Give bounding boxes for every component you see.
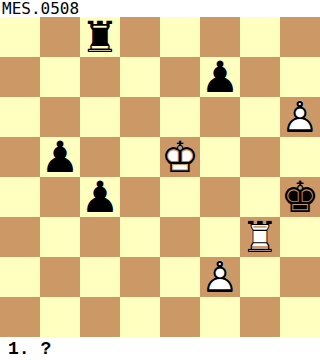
square-c7[interactable]	[80, 57, 120, 97]
black-rook-icon[interactable]: ♜	[80, 17, 120, 57]
square-h1[interactable]	[280, 297, 320, 337]
chess-diagram-page: MES.0508 ♜♟♟♙♟♚♔♟♚♜♖♟♙ 1. ?	[0, 0, 320, 360]
square-f5[interactable]	[200, 137, 240, 177]
square-g3[interactable]: ♜♖	[240, 217, 280, 257]
square-a2[interactable]	[0, 257, 40, 297]
square-g5[interactable]	[240, 137, 280, 177]
square-h6[interactable]: ♟♙	[280, 97, 320, 137]
chessboard: ♜♟♟♙♟♚♔♟♚♜♖♟♙	[0, 17, 320, 337]
black-pawn-icon[interactable]: ♟	[200, 57, 240, 97]
square-g8[interactable]	[240, 17, 280, 57]
square-b2[interactable]	[40, 257, 80, 297]
square-b1[interactable]	[40, 297, 80, 337]
square-b8[interactable]	[40, 17, 80, 57]
white-rook-icon[interactable]: ♖	[240, 217, 280, 257]
square-g4[interactable]	[240, 177, 280, 217]
square-a6[interactable]	[0, 97, 40, 137]
square-c5[interactable]	[80, 137, 120, 177]
square-e7[interactable]	[160, 57, 200, 97]
square-g2[interactable]	[240, 257, 280, 297]
square-f8[interactable]	[200, 17, 240, 57]
square-f4[interactable]	[200, 177, 240, 217]
square-e4[interactable]	[160, 177, 200, 217]
square-c4[interactable]: ♟	[80, 177, 120, 217]
square-h8[interactable]	[280, 17, 320, 57]
square-e2[interactable]	[160, 257, 200, 297]
square-e3[interactable]	[160, 217, 200, 257]
square-d7[interactable]	[120, 57, 160, 97]
puzzle-title: MES.0508	[2, 0, 79, 17]
square-a4[interactable]	[0, 177, 40, 217]
square-e8[interactable]	[160, 17, 200, 57]
square-c1[interactable]	[80, 297, 120, 337]
white-rook-fill: ♜	[240, 217, 280, 257]
black-king-icon[interactable]: ♚	[280, 177, 320, 217]
square-e5[interactable]: ♚♔	[160, 137, 200, 177]
square-a8[interactable]	[0, 17, 40, 57]
square-a1[interactable]	[0, 297, 40, 337]
white-pawn-fill: ♟	[280, 97, 320, 137]
square-c8[interactable]: ♜	[80, 17, 120, 57]
square-a3[interactable]	[0, 217, 40, 257]
square-h5[interactable]	[280, 137, 320, 177]
square-e1[interactable]	[160, 297, 200, 337]
square-f1[interactable]	[200, 297, 240, 337]
square-d6[interactable]	[120, 97, 160, 137]
black-pawn-icon[interactable]: ♟	[80, 177, 120, 217]
square-d8[interactable]	[120, 17, 160, 57]
square-f7[interactable]: ♟	[200, 57, 240, 97]
white-pawn-icon[interactable]: ♙	[280, 97, 320, 137]
move-prompt: 1. ?	[8, 339, 51, 359]
white-king-icon[interactable]: ♔	[160, 137, 200, 177]
white-king-fill: ♚	[160, 137, 200, 177]
square-f2[interactable]: ♟♙	[200, 257, 240, 297]
square-c3[interactable]	[80, 217, 120, 257]
square-b3[interactable]	[40, 217, 80, 257]
square-h2[interactable]	[280, 257, 320, 297]
white-pawn-fill: ♟	[200, 257, 240, 297]
square-d1[interactable]	[120, 297, 160, 337]
square-h7[interactable]	[280, 57, 320, 97]
square-b4[interactable]	[40, 177, 80, 217]
square-e6[interactable]	[160, 97, 200, 137]
square-d2[interactable]	[120, 257, 160, 297]
square-c2[interactable]	[80, 257, 120, 297]
square-g7[interactable]	[240, 57, 280, 97]
black-pawn-icon[interactable]: ♟	[40, 137, 80, 177]
square-b5[interactable]: ♟	[40, 137, 80, 177]
square-b7[interactable]	[40, 57, 80, 97]
square-d3[interactable]	[120, 217, 160, 257]
square-d5[interactable]	[120, 137, 160, 177]
square-c6[interactable]	[80, 97, 120, 137]
square-h4[interactable]: ♚	[280, 177, 320, 217]
square-b6[interactable]	[40, 97, 80, 137]
square-h3[interactable]	[280, 217, 320, 257]
square-g1[interactable]	[240, 297, 280, 337]
square-a5[interactable]	[0, 137, 40, 177]
square-f3[interactable]	[200, 217, 240, 257]
square-d4[interactable]	[120, 177, 160, 217]
white-pawn-icon[interactable]: ♙	[200, 257, 240, 297]
square-a7[interactable]	[0, 57, 40, 97]
square-f6[interactable]	[200, 97, 240, 137]
square-g6[interactable]	[240, 97, 280, 137]
